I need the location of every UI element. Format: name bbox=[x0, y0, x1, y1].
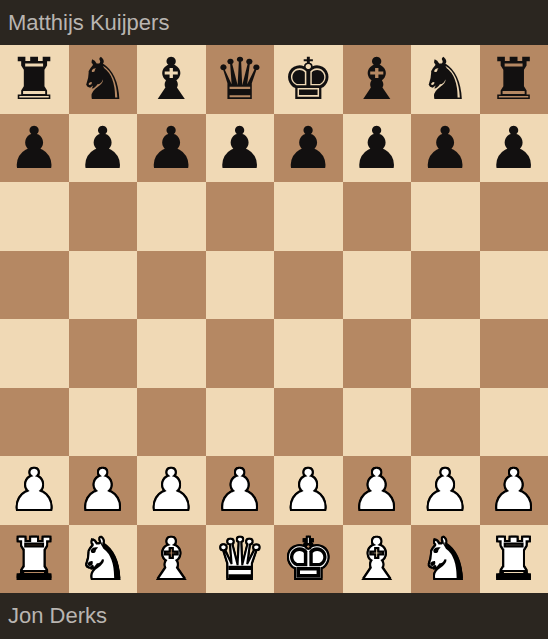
square-f6[interactable] bbox=[343, 182, 412, 251]
square-e1[interactable]: ♚ bbox=[274, 525, 343, 594]
square-a5[interactable] bbox=[0, 251, 69, 320]
black-rook[interactable]: ♜ bbox=[488, 50, 540, 108]
square-a8[interactable]: ♜ bbox=[0, 45, 69, 114]
square-e8[interactable]: ♚ bbox=[274, 45, 343, 114]
square-e6[interactable] bbox=[274, 182, 343, 251]
square-a2[interactable]: ♟ bbox=[0, 456, 69, 525]
square-a4[interactable] bbox=[0, 319, 69, 388]
black-bishop[interactable]: ♝ bbox=[351, 50, 403, 108]
square-c7[interactable]: ♟ bbox=[137, 114, 206, 183]
black-pawn[interactable]: ♟ bbox=[145, 119, 197, 177]
square-h7[interactable]: ♟ bbox=[480, 114, 548, 183]
square-f7[interactable]: ♟ bbox=[343, 114, 412, 183]
square-c4[interactable] bbox=[137, 319, 206, 388]
player-bar-top: Matthijs Kuijpers bbox=[0, 0, 548, 45]
square-f1[interactable]: ♝ bbox=[343, 525, 412, 594]
square-g6[interactable] bbox=[411, 182, 480, 251]
square-g7[interactable]: ♟ bbox=[411, 114, 480, 183]
square-d2[interactable]: ♟ bbox=[206, 456, 275, 525]
chess-app: Matthijs Kuijpers ♜♞♝♛♚♝♞♜♟♟♟♟♟♟♟♟♟♟♟♟♟♟… bbox=[0, 0, 548, 639]
square-f8[interactable]: ♝ bbox=[343, 45, 412, 114]
square-e3[interactable] bbox=[274, 388, 343, 457]
square-g3[interactable] bbox=[411, 388, 480, 457]
square-c5[interactable] bbox=[137, 251, 206, 320]
square-h4[interactable] bbox=[480, 319, 548, 388]
black-queen[interactable]: ♛ bbox=[214, 50, 266, 108]
white-pawn[interactable]: ♟ bbox=[8, 461, 60, 519]
white-bishop[interactable]: ♝ bbox=[351, 530, 403, 588]
black-pawn[interactable]: ♟ bbox=[214, 119, 266, 177]
player-bar-bottom: Jon Derks bbox=[0, 593, 548, 639]
player-name-bottom: Jon Derks bbox=[8, 603, 107, 629]
white-knight[interactable]: ♞ bbox=[419, 530, 471, 588]
black-pawn[interactable]: ♟ bbox=[419, 119, 471, 177]
square-g2[interactable]: ♟ bbox=[411, 456, 480, 525]
square-b3[interactable] bbox=[69, 388, 138, 457]
square-b5[interactable] bbox=[69, 251, 138, 320]
black-knight[interactable]: ♞ bbox=[419, 50, 471, 108]
white-rook[interactable]: ♜ bbox=[8, 530, 60, 588]
white-bishop[interactable]: ♝ bbox=[145, 530, 197, 588]
square-a1[interactable]: ♜ bbox=[0, 525, 69, 594]
square-f5[interactable] bbox=[343, 251, 412, 320]
square-a3[interactable] bbox=[0, 388, 69, 457]
white-pawn[interactable]: ♟ bbox=[214, 461, 266, 519]
white-pawn[interactable]: ♟ bbox=[145, 461, 197, 519]
white-pawn[interactable]: ♟ bbox=[282, 461, 334, 519]
white-knight[interactable]: ♞ bbox=[77, 530, 129, 588]
black-pawn[interactable]: ♟ bbox=[488, 119, 540, 177]
square-a7[interactable]: ♟ bbox=[0, 114, 69, 183]
square-c8[interactable]: ♝ bbox=[137, 45, 206, 114]
square-d1[interactable]: ♛ bbox=[206, 525, 275, 594]
square-b2[interactable]: ♟ bbox=[69, 456, 138, 525]
white-pawn[interactable]: ♟ bbox=[77, 461, 129, 519]
black-pawn[interactable]: ♟ bbox=[8, 119, 60, 177]
square-d3[interactable] bbox=[206, 388, 275, 457]
square-h8[interactable]: ♜ bbox=[480, 45, 548, 114]
square-b6[interactable] bbox=[69, 182, 138, 251]
black-rook[interactable]: ♜ bbox=[8, 50, 60, 108]
square-e7[interactable]: ♟ bbox=[274, 114, 343, 183]
square-g8[interactable]: ♞ bbox=[411, 45, 480, 114]
square-f2[interactable]: ♟ bbox=[343, 456, 412, 525]
black-bishop[interactable]: ♝ bbox=[145, 50, 197, 108]
square-e4[interactable] bbox=[274, 319, 343, 388]
square-e5[interactable] bbox=[274, 251, 343, 320]
square-h1[interactable]: ♜ bbox=[480, 525, 548, 594]
chess-board[interactable]: ♜♞♝♛♚♝♞♜♟♟♟♟♟♟♟♟♟♟♟♟♟♟♟♟♜♞♝♛♚♝♞♜ bbox=[0, 45, 548, 593]
square-f4[interactable] bbox=[343, 319, 412, 388]
square-b8[interactable]: ♞ bbox=[69, 45, 138, 114]
white-pawn[interactable]: ♟ bbox=[488, 461, 540, 519]
square-d4[interactable] bbox=[206, 319, 275, 388]
black-king[interactable]: ♚ bbox=[282, 50, 334, 108]
square-g5[interactable] bbox=[411, 251, 480, 320]
black-knight[interactable]: ♞ bbox=[77, 50, 129, 108]
square-b1[interactable]: ♞ bbox=[69, 525, 138, 594]
square-b4[interactable] bbox=[69, 319, 138, 388]
white-pawn[interactable]: ♟ bbox=[351, 461, 403, 519]
square-c2[interactable]: ♟ bbox=[137, 456, 206, 525]
white-king[interactable]: ♚ bbox=[282, 530, 334, 588]
square-c6[interactable] bbox=[137, 182, 206, 251]
square-b7[interactable]: ♟ bbox=[69, 114, 138, 183]
square-d7[interactable]: ♟ bbox=[206, 114, 275, 183]
square-a6[interactable] bbox=[0, 182, 69, 251]
square-c1[interactable]: ♝ bbox=[137, 525, 206, 594]
square-h5[interactable] bbox=[480, 251, 548, 320]
white-queen[interactable]: ♛ bbox=[214, 530, 266, 588]
white-rook[interactable]: ♜ bbox=[488, 530, 540, 588]
player-name-top: Matthijs Kuijpers bbox=[8, 10, 169, 36]
square-h6[interactable] bbox=[480, 182, 548, 251]
square-d6[interactable] bbox=[206, 182, 275, 251]
square-g1[interactable]: ♞ bbox=[411, 525, 480, 594]
square-f3[interactable] bbox=[343, 388, 412, 457]
square-d5[interactable] bbox=[206, 251, 275, 320]
square-g4[interactable] bbox=[411, 319, 480, 388]
square-d8[interactable]: ♛ bbox=[206, 45, 275, 114]
black-pawn[interactable]: ♟ bbox=[351, 119, 403, 177]
black-pawn[interactable]: ♟ bbox=[77, 119, 129, 177]
square-h3[interactable] bbox=[480, 388, 548, 457]
white-pawn[interactable]: ♟ bbox=[419, 461, 471, 519]
square-c3[interactable] bbox=[137, 388, 206, 457]
square-e2[interactable]: ♟ bbox=[274, 456, 343, 525]
square-h2[interactable]: ♟ bbox=[480, 456, 548, 525]
black-pawn[interactable]: ♟ bbox=[282, 119, 334, 177]
